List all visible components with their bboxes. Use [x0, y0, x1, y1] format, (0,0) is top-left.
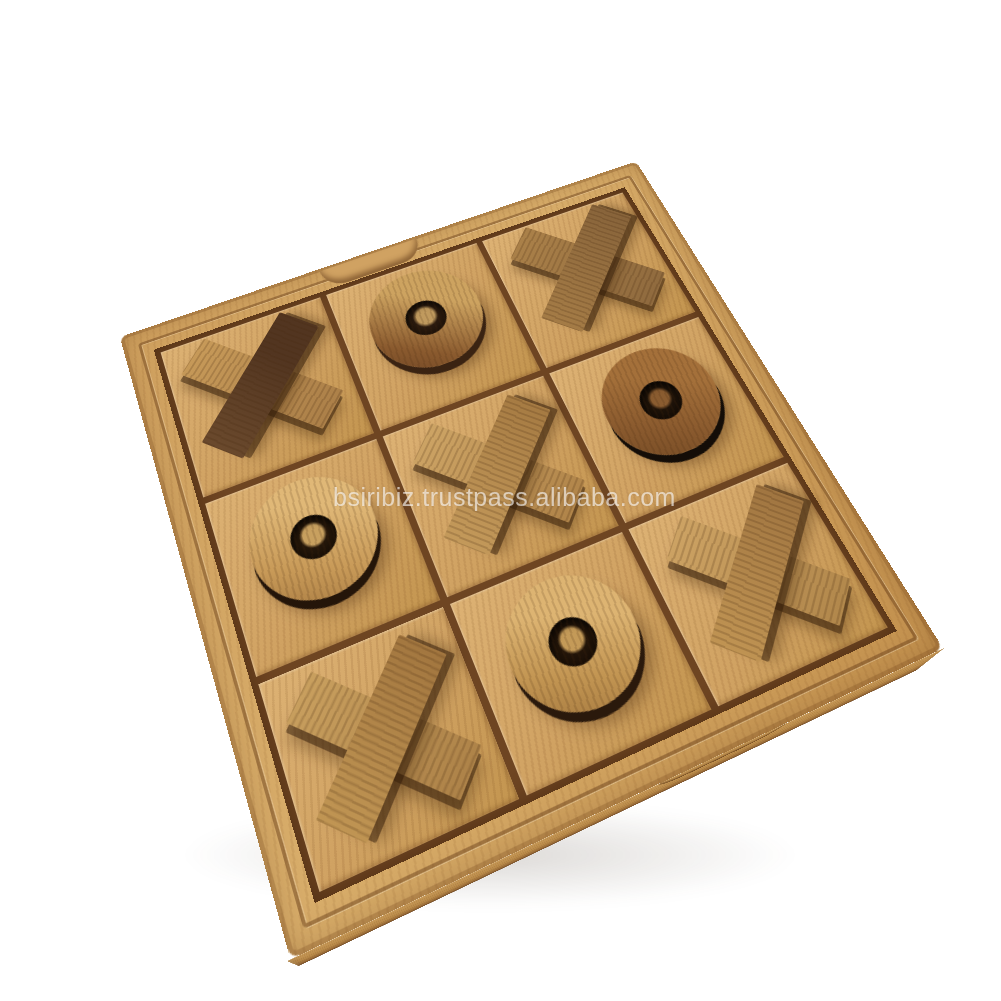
board-tray — [154, 187, 897, 903]
tic-tac-toe-board — [120, 161, 943, 959]
product-photo-stage: bsiribiz.trustpass.alibaba.com — [0, 0, 1001, 1001]
watermark: bsiribiz.trustpass.alibaba.com — [333, 483, 676, 512]
